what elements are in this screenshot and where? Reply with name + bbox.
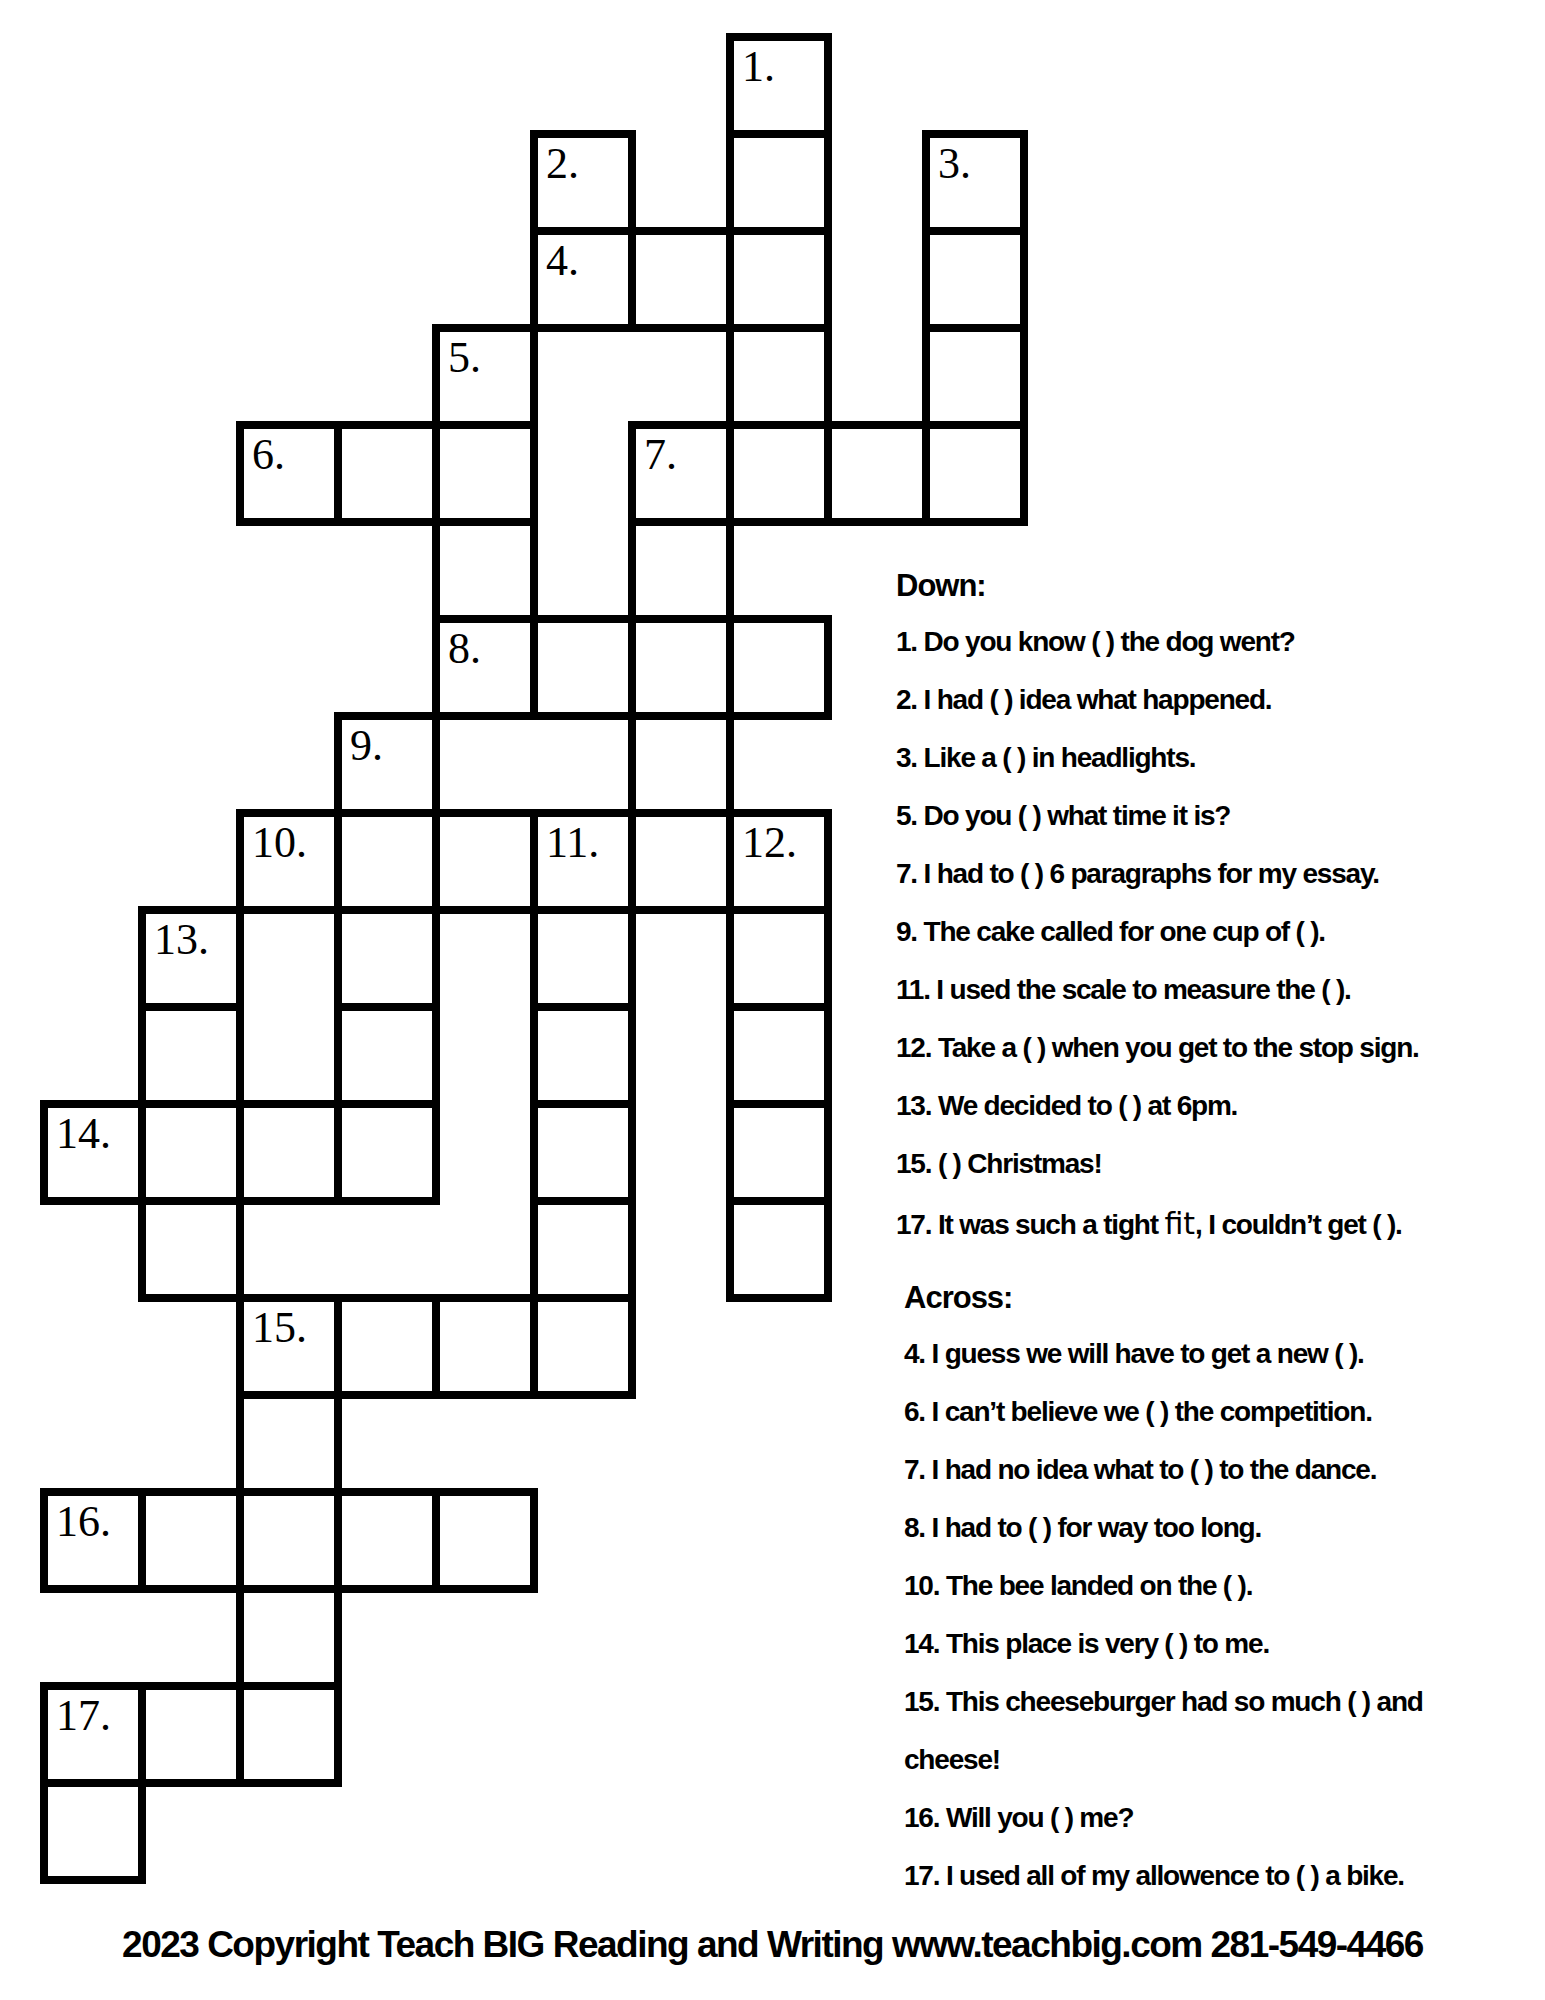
cell-number: 6.: [244, 429, 334, 477]
grid-cell[interactable]: [726, 227, 832, 332]
clue-line: 16. Will you ( ) me?: [888, 1802, 1538, 1860]
grid-cell[interactable]: [432, 1294, 538, 1399]
grid-cell[interactable]: 13.: [138, 906, 244, 1011]
grid-cell[interactable]: 14.: [40, 1100, 146, 1205]
clue-line: 12. Take a ( ) when you get to the stop …: [888, 1032, 1538, 1090]
grid-cell[interactable]: [628, 227, 734, 332]
clue-line: 10. The bee landed on the ( ).: [888, 1570, 1538, 1628]
cell-number: 1.: [734, 41, 824, 89]
clue-line: 11. I used the scale to measure the ( ).: [888, 974, 1538, 1032]
cell-number: 9.: [342, 720, 432, 768]
clue-line: 2. I had ( ) idea what happened.: [888, 684, 1538, 742]
grid-cell[interactable]: [236, 1585, 342, 1690]
cell-number: 10.: [244, 817, 334, 865]
cell-number: 16.: [48, 1496, 138, 1544]
grid-cell[interactable]: 3.: [922, 130, 1028, 235]
grid-cell[interactable]: 7.: [628, 421, 734, 526]
cell-number: 4.: [538, 235, 628, 283]
down-clues-header: Down:: [888, 568, 1538, 626]
worksheet-page: 1.2.3.4.5.6.7.8.9.10.11.12.13.14.15.16.1…: [0, 0, 1545, 2000]
grid-cell[interactable]: [334, 421, 440, 526]
grid-cell[interactable]: [530, 1003, 636, 1108]
clue-line: 17. It was such a tight fit, I couldn’t …: [888, 1206, 1538, 1264]
grid-cell[interactable]: 12.: [726, 809, 832, 914]
grid-cell[interactable]: [138, 1682, 244, 1787]
clue-line: 4. I guess we will have to get a new ( )…: [888, 1338, 1538, 1396]
grid-cell[interactable]: [530, 615, 636, 720]
grid-cell[interactable]: [922, 421, 1028, 526]
cell-number: 2.: [538, 138, 628, 186]
clue-line: 1. Do you know ( ) the dog went?: [888, 626, 1538, 684]
clue-line: cheese!: [888, 1744, 1538, 1802]
cell-number: 14.: [48, 1108, 138, 1156]
clue-line: 13. We decided to ( ) at 6pm.: [888, 1090, 1538, 1148]
grid-cell[interactable]: [726, 1100, 832, 1205]
grid-cell[interactable]: 11.: [530, 809, 636, 914]
clue-line: 3. Like a ( ) in headlights.: [888, 742, 1538, 800]
grid-cell[interactable]: [628, 809, 734, 914]
grid-cell[interactable]: [726, 324, 832, 429]
grid-cell[interactable]: 10.: [236, 809, 342, 914]
across-clues-header: Across:: [888, 1280, 1538, 1338]
grid-cell[interactable]: [138, 1197, 244, 1302]
grid-cell[interactable]: 9.: [334, 712, 440, 817]
grid-cell[interactable]: [334, 1294, 440, 1399]
grid-cell[interactable]: [236, 1100, 342, 1205]
grid-cell[interactable]: [432, 518, 538, 623]
grid-cell[interactable]: [236, 1488, 342, 1593]
grid-cell[interactable]: 15.: [236, 1294, 342, 1399]
grid-cell[interactable]: [334, 1003, 440, 1108]
grid-cell[interactable]: [726, 130, 832, 235]
grid-cell[interactable]: [922, 324, 1028, 429]
grid-cell[interactable]: [726, 1197, 832, 1302]
cell-number: 5.: [440, 332, 530, 380]
grid-cell[interactable]: 17.: [40, 1682, 146, 1787]
grid-cell[interactable]: [530, 1197, 636, 1302]
grid-cell[interactable]: [334, 1488, 440, 1593]
clue-line: 5. Do you ( ) what time it is?: [888, 800, 1538, 858]
grid-cell[interactable]: [628, 518, 734, 623]
grid-cell[interactable]: [40, 1779, 146, 1884]
grid-cell[interactable]: [432, 1488, 538, 1593]
clue-line: 7. I had to ( ) 6 paragraphs for my essa…: [888, 858, 1538, 916]
grid-cell[interactable]: [334, 1100, 440, 1205]
grid-cell[interactable]: [334, 906, 440, 1011]
grid-cell[interactable]: [726, 906, 832, 1011]
grid-cell[interactable]: [236, 1391, 342, 1496]
down-clues: 1. Do you know ( ) the dog went?2. I had…: [888, 626, 1538, 1264]
grid-cell[interactable]: [922, 227, 1028, 332]
clue-line: 17. I used all of my allowence to ( ) a …: [888, 1860, 1538, 1918]
grid-cell[interactable]: 8.: [432, 615, 538, 720]
grid-cell[interactable]: [628, 615, 734, 720]
clue-line: 7. I had no idea what to ( ) to the danc…: [888, 1454, 1538, 1512]
cell-number: 12.: [734, 817, 824, 865]
grid-cell[interactable]: [138, 1488, 244, 1593]
grid-cell[interactable]: 2.: [530, 130, 636, 235]
clue-line: 8. I had to ( ) for way too long.: [888, 1512, 1538, 1570]
clue-line: 6. I can’t believe we ( ) the competitio…: [888, 1396, 1538, 1454]
grid-cell[interactable]: [432, 421, 538, 526]
cell-number: 11.: [538, 817, 628, 865]
grid-cell[interactable]: 5.: [432, 324, 538, 429]
grid-cell[interactable]: [530, 906, 636, 1011]
clue-word-alt-font: fit: [1164, 1206, 1195, 1241]
grid-cell[interactable]: [726, 421, 832, 526]
grid-cell[interactable]: 4.: [530, 227, 636, 332]
cell-number: 13.: [146, 914, 236, 962]
clue-line: 9. The cake called for one cup of ( ).: [888, 916, 1538, 974]
clue-line: 15. This cheeseburger had so much ( ) an…: [888, 1686, 1538, 1744]
cell-number: 17.: [48, 1690, 138, 1738]
grid-cell[interactable]: [432, 809, 538, 914]
clue-line: 14. This place is very ( ) to me.: [888, 1628, 1538, 1686]
grid-cell[interactable]: 1.: [726, 33, 832, 138]
clue-panel: Down: 1. Do you know ( ) the dog went?2.…: [888, 568, 1538, 1918]
cell-number: 8.: [440, 623, 530, 671]
cell-number: 3.: [930, 138, 1020, 186]
grid-cell[interactable]: 16.: [40, 1488, 146, 1593]
grid-cell[interactable]: [628, 712, 734, 817]
grid-cell[interactable]: [138, 1100, 244, 1205]
grid-cell[interactable]: [824, 421, 930, 526]
clue-line: 15. ( ) Christmas!: [888, 1148, 1538, 1206]
grid-cell[interactable]: [138, 1003, 244, 1108]
cell-number: 15.: [244, 1302, 334, 1350]
grid-cell[interactable]: [726, 615, 832, 720]
across-clues: 4. I guess we will have to get a new ( )…: [888, 1338, 1538, 1918]
grid-cell[interactable]: 6.: [236, 421, 342, 526]
grid-cell[interactable]: [530, 1100, 636, 1205]
cell-number: 7.: [636, 429, 726, 477]
grid-cell[interactable]: [530, 1294, 636, 1399]
copyright-footer: 2023 Copyright Teach BIG Reading and Wri…: [0, 1924, 1545, 1966]
grid-cell[interactable]: [726, 1003, 832, 1108]
grid-cell[interactable]: [334, 809, 440, 914]
grid-cell[interactable]: [236, 1682, 342, 1787]
